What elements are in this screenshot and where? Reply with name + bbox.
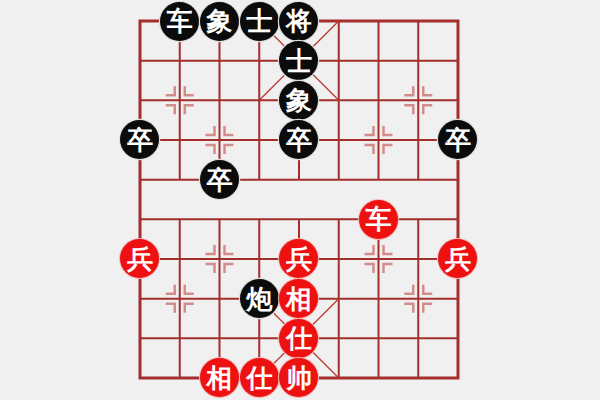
- piece-red-pawn[interactable]: 兵: [120, 239, 159, 278]
- piece-black-pawn[interactable]: 卒: [120, 120, 159, 159]
- piece-red-pawn[interactable]: 兵: [279, 239, 318, 278]
- piece-black-cannon[interactable]: 炮: [240, 279, 279, 318]
- piece-red-advisor[interactable]: 仕: [240, 358, 279, 397]
- piece-black-chariot[interactable]: 车: [160, 2, 199, 41]
- piece-red-elephant[interactable]: 相: [200, 358, 239, 397]
- piece-black-elephant[interactable]: 象: [200, 2, 239, 41]
- piece-black-general[interactable]: 将: [279, 2, 318, 41]
- piece-red-chariot[interactable]: 车: [359, 200, 398, 239]
- piece-black-pawn[interactable]: 卒: [438, 120, 477, 159]
- piece-black-pawn[interactable]: 卒: [279, 120, 318, 159]
- piece-red-general[interactable]: 帅: [279, 358, 318, 397]
- xiangqi-board-view: 车象士将士象卒卒卒卒炮车兵兵兵相仕相仕帅: [0, 0, 600, 400]
- piece-black-elephant[interactable]: 象: [279, 81, 318, 120]
- piece-red-pawn[interactable]: 兵: [438, 239, 477, 278]
- piece-red-advisor[interactable]: 仕: [279, 319, 318, 358]
- piece-black-advisor[interactable]: 士: [279, 41, 318, 80]
- piece-black-advisor[interactable]: 士: [240, 2, 279, 41]
- pieces-layer: 车象士将士象卒卒卒卒炮车兵兵兵相仕相仕帅: [120, 1, 478, 398]
- piece-red-elephant[interactable]: 相: [279, 279, 318, 318]
- piece-black-pawn[interactable]: 卒: [200, 160, 239, 199]
